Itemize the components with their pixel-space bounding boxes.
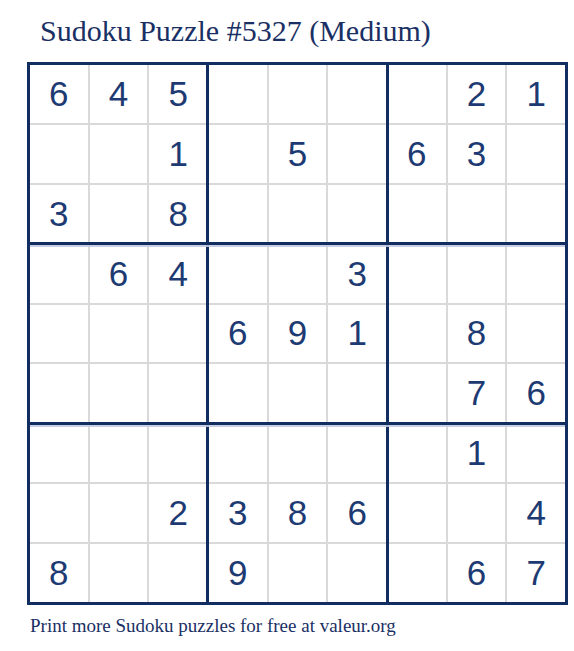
cell-r3c6 — [328, 185, 386, 243]
cell-r7c5 — [269, 424, 327, 482]
cell-r5c4: 6 — [209, 305, 267, 363]
cell-r6c8: 7 — [448, 364, 506, 422]
cell-r8c8 — [448, 484, 506, 542]
cell-r3c5 — [269, 185, 327, 243]
cell-r3c7 — [388, 185, 446, 243]
cell-r6c6 — [328, 364, 386, 422]
cell-r5c2 — [90, 305, 148, 363]
cell-r3c4 — [209, 185, 267, 243]
cell-r4c4 — [209, 245, 267, 303]
cell-r4c2: 6 — [90, 245, 148, 303]
cell-r3c9 — [507, 185, 565, 243]
cell-r8c7 — [388, 484, 446, 542]
cell-r2c1 — [30, 125, 88, 183]
cell-r5c1 — [30, 305, 88, 363]
cell-r2c5: 5 — [269, 125, 327, 183]
cell-r5c6: 1 — [328, 305, 386, 363]
cell-r1c8: 2 — [448, 65, 506, 123]
cell-r8c4: 3 — [209, 484, 267, 542]
cell-r6c4 — [209, 364, 267, 422]
cell-r4c9 — [507, 245, 565, 303]
cell-r4c6: 3 — [328, 245, 386, 303]
cell-r6c2 — [90, 364, 148, 422]
cell-r6c7 — [388, 364, 446, 422]
cell-r9c6 — [328, 544, 386, 602]
cell-r3c1: 3 — [30, 185, 88, 243]
cell-r6c3 — [149, 364, 207, 422]
sudoku-cells: 645211563386436918761238648967 — [30, 65, 565, 602]
cell-r3c8 — [448, 185, 506, 243]
cell-r3c2 — [90, 185, 148, 243]
cell-r5c7 — [388, 305, 446, 363]
cell-r7c7 — [388, 424, 446, 482]
cell-r9c9: 7 — [507, 544, 565, 602]
cell-r7c1 — [30, 424, 88, 482]
cell-r5c8: 8 — [448, 305, 506, 363]
cell-r5c9 — [507, 305, 565, 363]
cell-r9c5 — [269, 544, 327, 602]
box-border-horizontal-1 — [30, 242, 565, 245]
cell-r6c9: 6 — [507, 364, 565, 422]
cell-r1c1: 6 — [30, 65, 88, 123]
sudoku-board: 645211563386436918761238648967 — [27, 62, 568, 605]
cell-r9c4: 9 — [209, 544, 267, 602]
cell-r8c9: 4 — [507, 484, 565, 542]
cell-r1c2: 4 — [90, 65, 148, 123]
footer-text: Print more Sudoku puzzles for free at va… — [30, 613, 396, 638]
cell-r1c7 — [388, 65, 446, 123]
cell-r6c1 — [30, 364, 88, 422]
cell-r9c8: 6 — [448, 544, 506, 602]
cell-r6c5 — [269, 364, 327, 422]
cell-r9c2 — [90, 544, 148, 602]
cell-r1c3: 5 — [149, 65, 207, 123]
cell-r1c5 — [269, 65, 327, 123]
cell-r4c5 — [269, 245, 327, 303]
cell-r2c4 — [209, 125, 267, 183]
cell-r7c9 — [507, 424, 565, 482]
cell-r2c3: 1 — [149, 125, 207, 183]
cell-r1c6 — [328, 65, 386, 123]
cell-r2c8: 3 — [448, 125, 506, 183]
cell-r4c7 — [388, 245, 446, 303]
cell-r7c8: 1 — [448, 424, 506, 482]
cell-r8c2 — [90, 484, 148, 542]
cell-r7c3 — [149, 424, 207, 482]
cell-r8c5: 8 — [269, 484, 327, 542]
cell-r5c5: 9 — [269, 305, 327, 363]
cell-r8c1 — [30, 484, 88, 542]
cell-r2c9 — [507, 125, 565, 183]
cell-r9c3 — [149, 544, 207, 602]
cell-r2c7: 6 — [388, 125, 446, 183]
box-border-horizontal-2 — [30, 422, 565, 425]
cell-r5c3 — [149, 305, 207, 363]
box-border-vertical-2 — [386, 65, 389, 602]
cell-r4c1 — [30, 245, 88, 303]
cell-r9c1: 8 — [30, 544, 88, 602]
cell-r9c7 — [388, 544, 446, 602]
cell-r4c3: 4 — [149, 245, 207, 303]
cell-r7c4 — [209, 424, 267, 482]
cell-r8c6: 6 — [328, 484, 386, 542]
cell-r7c2 — [90, 424, 148, 482]
cell-r7c6 — [328, 424, 386, 482]
cell-r1c9: 1 — [507, 65, 565, 123]
cell-r4c8 — [448, 245, 506, 303]
page-title: Sudoku Puzzle #5327 (Medium) — [40, 12, 431, 50]
cell-r3c3: 8 — [149, 185, 207, 243]
cell-r1c4 — [209, 65, 267, 123]
cell-r2c2 — [90, 125, 148, 183]
cell-r8c3: 2 — [149, 484, 207, 542]
cell-r2c6 — [328, 125, 386, 183]
box-border-vertical-1 — [206, 65, 209, 602]
